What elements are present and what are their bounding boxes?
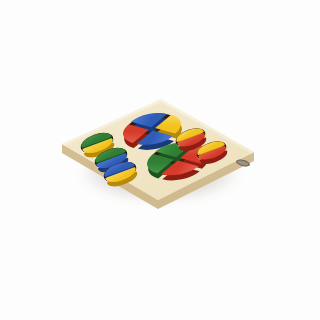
product-photo-canvas bbox=[0, 0, 320, 320]
